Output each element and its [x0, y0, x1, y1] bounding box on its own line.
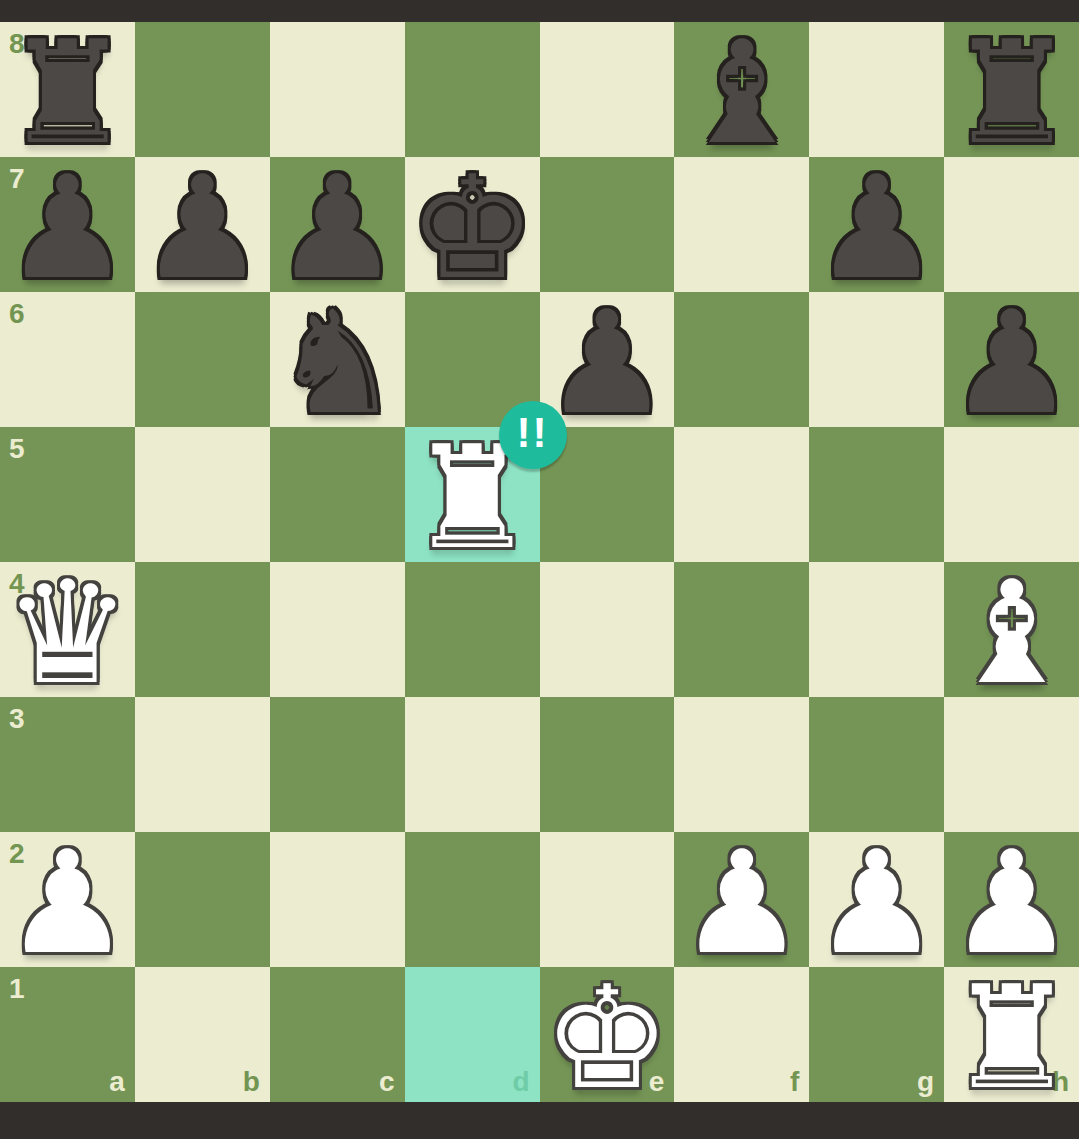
square-e4[interactable] — [540, 562, 675, 697]
square-e8[interactable] — [540, 22, 675, 157]
square-b7[interactable]: ♟ — [135, 157, 270, 292]
bottom-frame-bar — [0, 1102, 1079, 1139]
square-b2[interactable] — [135, 832, 270, 967]
top-frame-bar — [0, 0, 1079, 22]
square-g6[interactable] — [809, 292, 944, 427]
chess-board-wrapper: 8♜♝♜7♟♟♟♚♟6♞♟♟5♜4♛♝32♟♟♟♟1abcde♚fgh♜ !! — [0, 22, 1079, 1102]
square-c2[interactable] — [270, 832, 405, 967]
square-g4[interactable] — [809, 562, 944, 697]
square-g2[interactable]: ♟ — [809, 832, 944, 967]
piece-white-queen[interactable]: ♛ — [0, 565, 135, 700]
piece-black-rook[interactable]: ♜ — [944, 25, 1079, 160]
square-h6[interactable]: ♟ — [944, 292, 1079, 427]
square-f6[interactable] — [674, 292, 809, 427]
square-f8[interactable]: ♝ — [674, 22, 809, 157]
piece-black-pawn[interactable]: ♟ — [540, 295, 675, 430]
square-b8[interactable] — [135, 22, 270, 157]
square-e6[interactable]: ♟ — [540, 292, 675, 427]
square-b1[interactable]: b — [135, 967, 270, 1102]
square-e1[interactable]: e♚ — [540, 967, 675, 1102]
square-b5[interactable] — [135, 427, 270, 562]
square-a6[interactable]: 6 — [0, 292, 135, 427]
square-e3[interactable] — [540, 697, 675, 832]
piece-white-bishop[interactable]: ♝ — [944, 565, 1079, 700]
piece-black-king[interactable]: ♚ — [405, 160, 540, 295]
square-h7[interactable] — [944, 157, 1079, 292]
square-f5[interactable] — [674, 427, 809, 562]
square-h5[interactable] — [944, 427, 1079, 562]
square-d3[interactable] — [405, 697, 540, 832]
square-d7[interactable]: ♚ — [405, 157, 540, 292]
square-g5[interactable] — [809, 427, 944, 562]
square-d1[interactable]: d — [405, 967, 540, 1102]
square-c6[interactable]: ♞ — [270, 292, 405, 427]
square-c4[interactable] — [270, 562, 405, 697]
piece-black-pawn[interactable]: ♟ — [135, 160, 270, 295]
square-g1[interactable]: g — [809, 967, 944, 1102]
square-b6[interactable] — [135, 292, 270, 427]
square-a2[interactable]: 2♟ — [0, 832, 135, 967]
piece-black-pawn[interactable]: ♟ — [809, 160, 944, 295]
chess-board: 8♜♝♜7♟♟♟♚♟6♞♟♟5♜4♛♝32♟♟♟♟1abcde♚fgh♜ — [0, 22, 1079, 1102]
piece-black-knight[interactable]: ♞ — [270, 295, 405, 430]
square-e2[interactable] — [540, 832, 675, 967]
square-a7[interactable]: 7♟ — [0, 157, 135, 292]
piece-white-pawn[interactable]: ♟ — [674, 835, 809, 970]
square-a4[interactable]: 4♛ — [0, 562, 135, 697]
square-a8[interactable]: 8♜ — [0, 22, 135, 157]
brilliant-move-badge: !! — [499, 401, 567, 469]
square-h1[interactable]: h♜ — [944, 967, 1079, 1102]
piece-black-pawn[interactable]: ♟ — [0, 160, 135, 295]
square-b4[interactable] — [135, 562, 270, 697]
file-label-c: c — [379, 1068, 395, 1096]
piece-black-pawn[interactable]: ♟ — [270, 160, 405, 295]
file-label-f: f — [790, 1068, 799, 1096]
piece-black-bishop[interactable]: ♝ — [674, 25, 809, 160]
piece-black-pawn[interactable]: ♟ — [944, 295, 1079, 430]
square-f7[interactable] — [674, 157, 809, 292]
square-d4[interactable] — [405, 562, 540, 697]
file-label-g: g — [917, 1068, 934, 1096]
file-label-a: a — [109, 1068, 125, 1096]
piece-black-rook[interactable]: ♜ — [0, 25, 135, 160]
file-label-b: b — [243, 1068, 260, 1096]
square-c7[interactable]: ♟ — [270, 157, 405, 292]
square-d2[interactable] — [405, 832, 540, 967]
square-c5[interactable] — [270, 427, 405, 562]
square-a3[interactable]: 3 — [0, 697, 135, 832]
square-f1[interactable]: f — [674, 967, 809, 1102]
square-f4[interactable] — [674, 562, 809, 697]
piece-white-rook[interactable]: ♜ — [944, 970, 1079, 1105]
piece-white-pawn[interactable]: ♟ — [809, 835, 944, 970]
square-f3[interactable] — [674, 697, 809, 832]
square-a5[interactable]: 5 — [0, 427, 135, 562]
square-h2[interactable]: ♟ — [944, 832, 1079, 967]
square-d8[interactable] — [405, 22, 540, 157]
square-c3[interactable] — [270, 697, 405, 832]
square-a1[interactable]: 1a — [0, 967, 135, 1102]
square-h3[interactable] — [944, 697, 1079, 832]
rank-label-5: 5 — [9, 435, 25, 463]
square-g3[interactable] — [809, 697, 944, 832]
piece-white-pawn[interactable]: ♟ — [0, 835, 135, 970]
square-g7[interactable]: ♟ — [809, 157, 944, 292]
square-f2[interactable]: ♟ — [674, 832, 809, 967]
file-label-d: d — [512, 1068, 529, 1096]
square-e7[interactable] — [540, 157, 675, 292]
square-c1[interactable]: c — [270, 967, 405, 1102]
square-g8[interactable] — [809, 22, 944, 157]
square-h8[interactable]: ♜ — [944, 22, 1079, 157]
piece-white-pawn[interactable]: ♟ — [944, 835, 1079, 970]
piece-white-king[interactable]: ♚ — [540, 970, 675, 1105]
square-c8[interactable] — [270, 22, 405, 157]
square-h4[interactable]: ♝ — [944, 562, 1079, 697]
square-b3[interactable] — [135, 697, 270, 832]
